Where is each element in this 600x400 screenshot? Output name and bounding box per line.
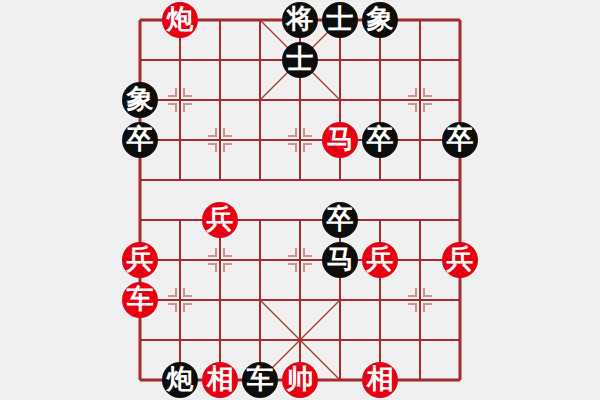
black-advisor[interactable]: 士	[282, 42, 318, 78]
black-elephant[interactable]: 象	[122, 82, 158, 118]
black-advisor[interactable]: 士	[322, 2, 358, 38]
piece-glyph: 兵	[127, 246, 154, 273]
piece-glyph: 炮	[167, 6, 194, 33]
piece-glyph: 马	[327, 246, 354, 273]
black-general[interactable]: 将	[282, 2, 318, 38]
piece-glyph: 马	[327, 126, 354, 153]
piece-glyph: 卒	[447, 126, 474, 153]
piece-glyph: 兵	[207, 206, 234, 233]
red-soldier[interactable]: 兵	[122, 242, 158, 278]
xiangqi-board[interactable]: 炮将士象士象卒马卒卒兵卒兵马兵兵车炮相车帅相	[0, 0, 600, 400]
piece-glyph: 车	[127, 286, 154, 313]
black-elephant[interactable]: 象	[362, 2, 398, 38]
red-general[interactable]: 帅	[282, 362, 318, 398]
red-soldier[interactable]: 兵	[442, 242, 478, 278]
piece-glyph: 卒	[327, 206, 354, 233]
piece-glyph: 士	[287, 46, 314, 73]
piece-glyph: 卒	[127, 126, 154, 153]
piece-glyph: 将	[287, 6, 314, 33]
piece-glyph: 卒	[367, 126, 394, 153]
piece-glyph: 相	[367, 366, 394, 393]
black-soldier[interactable]: 卒	[442, 122, 478, 158]
black-soldier[interactable]: 卒	[322, 202, 358, 238]
app-background: 炮将士象士象卒马卒卒兵卒兵马兵兵车炮相车帅相	[0, 0, 600, 400]
black-cannon[interactable]: 炮	[162, 362, 198, 398]
pieces-layer: 炮将士象士象卒马卒卒兵卒兵马兵兵车炮相车帅相	[120, 0, 480, 400]
piece-glyph: 士	[327, 6, 354, 33]
black-horse[interactable]: 马	[322, 242, 358, 278]
black-soldier[interactable]: 卒	[362, 122, 398, 158]
piece-glyph: 炮	[167, 366, 194, 393]
piece-glyph: 车	[247, 366, 274, 393]
red-horse[interactable]: 马	[322, 122, 358, 158]
piece-glyph: 兵	[367, 246, 394, 273]
piece-glyph: 帅	[287, 366, 314, 393]
piece-glyph: 象	[367, 6, 394, 33]
black-soldier[interactable]: 卒	[122, 122, 158, 158]
red-chariot[interactable]: 车	[122, 282, 158, 318]
red-elephant[interactable]: 相	[202, 362, 238, 398]
piece-glyph: 相	[207, 366, 234, 393]
red-soldier[interactable]: 兵	[202, 202, 238, 238]
piece-glyph: 象	[127, 86, 154, 113]
red-soldier[interactable]: 兵	[362, 242, 398, 278]
red-cannon[interactable]: 炮	[162, 2, 198, 38]
red-elephant[interactable]: 相	[362, 362, 398, 398]
black-chariot[interactable]: 车	[242, 362, 278, 398]
piece-glyph: 兵	[447, 246, 474, 273]
